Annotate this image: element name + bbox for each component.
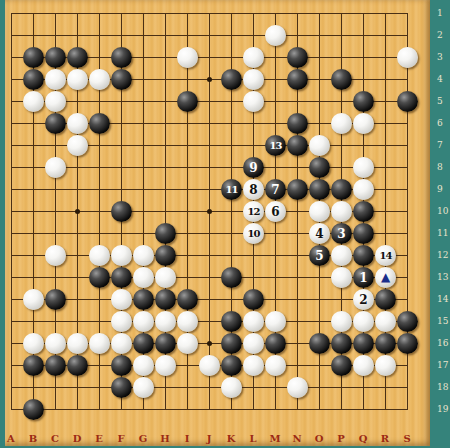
row-label-7: 7 (437, 140, 443, 150)
go-game-window: 139118712610435141▲2ABCDEFGHIJKLMNOPQRS … (0, 0, 450, 448)
move-number-label: 14 (380, 251, 392, 261)
move-number-label: 3 (337, 228, 345, 240)
stone-white-P13[interactable] (331, 267, 352, 288)
stone-white-M2[interactable] (265, 25, 286, 46)
stone-white-C4[interactable] (45, 69, 66, 90)
stone-white-L9[interactable]: 8 (243, 179, 264, 200)
stone-white-D4[interactable] (67, 69, 88, 90)
stone-black-E6[interactable] (89, 113, 110, 134)
stone-white-F15[interactable] (111, 311, 132, 332)
column-label-B: B (29, 433, 37, 444)
stone-black-F4[interactable] (111, 69, 132, 90)
stone-white-L5[interactable] (243, 91, 264, 112)
stone-white-P15[interactable] (331, 311, 352, 332)
stone-black-B3[interactable] (23, 47, 44, 68)
stone-white-Q8[interactable] (353, 157, 374, 178)
stone-black-C3[interactable] (45, 47, 66, 68)
stone-black-F13[interactable] (111, 267, 132, 288)
row-label-3: 3 (437, 52, 443, 62)
grid-line-horizontal (11, 13, 408, 14)
stone-white-J17[interactable] (199, 355, 220, 376)
stone-black-B19[interactable] (23, 399, 44, 420)
row-label-5: 5 (437, 96, 443, 106)
move-number-label: 8 (249, 184, 257, 196)
stone-white-G17[interactable] (133, 355, 154, 376)
row-label-1: 1 (437, 8, 443, 18)
stone-white-F14[interactable] (111, 289, 132, 310)
move-number-label: 10 (248, 229, 260, 239)
row-label-9: 9 (437, 184, 443, 194)
stone-black-G14[interactable] (133, 289, 154, 310)
row-label-14: 14 (437, 294, 448, 304)
column-label-I: I (185, 433, 190, 444)
stone-black-P11[interactable]: 3 (331, 223, 352, 244)
stone-black-H12[interactable] (155, 245, 176, 266)
stone-white-I16[interactable] (177, 333, 198, 354)
stone-white-L4[interactable] (243, 69, 264, 90)
stone-white-S3[interactable] (397, 47, 418, 68)
row-label-17: 17 (437, 360, 448, 370)
row-label-12: 12 (437, 250, 448, 260)
column-label-O: O (315, 433, 324, 444)
stone-black-Q10[interactable] (353, 201, 374, 222)
stone-black-K16[interactable] (221, 333, 242, 354)
star-point-J10 (207, 209, 212, 214)
stone-white-M15[interactable] (265, 311, 286, 332)
grid-line-horizontal (11, 299, 408, 300)
stone-black-L14[interactable] (243, 289, 264, 310)
stone-black-N4[interactable] (287, 69, 308, 90)
row-label-19: 19 (437, 404, 448, 414)
stone-white-D7[interactable] (67, 135, 88, 156)
stone-white-Q6[interactable] (353, 113, 374, 134)
stone-white-G15[interactable] (133, 311, 154, 332)
stone-black-O12[interactable]: 5 (309, 245, 330, 266)
stone-black-H14[interactable] (155, 289, 176, 310)
stone-white-L16[interactable] (243, 333, 264, 354)
stone-black-C6[interactable] (45, 113, 66, 134)
stone-black-Q11[interactable] (353, 223, 374, 244)
stone-white-F12[interactable] (111, 245, 132, 266)
column-label-M: M (269, 433, 280, 444)
stone-black-C14[interactable] (45, 289, 66, 310)
column-label-P: P (337, 433, 345, 444)
stone-white-O10[interactable] (309, 201, 330, 222)
stone-white-F16[interactable] (111, 333, 132, 354)
grid-line-horizontal (11, 167, 408, 168)
grid-line-horizontal (11, 387, 408, 388)
move-number-label: 5 (315, 250, 323, 262)
move-number-label: 9 (249, 162, 257, 174)
stone-black-D17[interactable] (67, 355, 88, 376)
star-point-J16 (207, 341, 212, 346)
row-label-16: 16 (437, 338, 448, 348)
column-label-F: F (117, 433, 124, 444)
stone-black-H11[interactable] (155, 223, 176, 244)
stone-black-D3[interactable] (67, 47, 88, 68)
star-point-J4 (207, 77, 212, 82)
row-label-8: 8 (437, 162, 443, 172)
stone-white-L17[interactable] (243, 355, 264, 376)
column-label-L: L (249, 433, 256, 444)
stone-black-K9[interactable]: 11 (221, 179, 242, 200)
column-label-C: C (51, 433, 59, 444)
stone-black-S5[interactable] (397, 91, 418, 112)
stone-white-R15[interactable] (375, 311, 396, 332)
stone-black-K4[interactable] (221, 69, 242, 90)
stone-black-G16[interactable] (133, 333, 154, 354)
row-label-2: 2 (437, 30, 443, 40)
stone-white-E12[interactable] (89, 245, 110, 266)
grid-line-horizontal (11, 409, 408, 410)
stone-black-F17[interactable] (111, 355, 132, 376)
stone-black-S16[interactable] (397, 333, 418, 354)
stone-black-Q13[interactable]: 1 (353, 267, 374, 288)
grid-line-horizontal (11, 101, 408, 102)
row-label-13: 13 (437, 272, 448, 282)
stone-white-E4[interactable] (89, 69, 110, 90)
stone-black-K17[interactable] (221, 355, 242, 376)
column-label-N: N (292, 433, 301, 444)
stone-black-K13[interactable] (221, 267, 242, 288)
column-label-J: J (207, 433, 212, 444)
column-label-H: H (160, 433, 169, 444)
stone-black-P17[interactable] (331, 355, 352, 376)
stone-black-M9[interactable]: 7 (265, 179, 286, 200)
stone-black-S15[interactable] (397, 311, 418, 332)
column-label-A: A (7, 433, 15, 444)
stone-white-K18[interactable] (221, 377, 242, 398)
stone-white-D16[interactable] (67, 333, 88, 354)
stone-black-H16[interactable] (155, 333, 176, 354)
stone-black-R16[interactable] (375, 333, 396, 354)
stone-black-B17[interactable] (23, 355, 44, 376)
stone-white-O11[interactable]: 4 (309, 223, 330, 244)
column-label-D: D (73, 433, 82, 444)
stone-black-O16[interactable] (309, 333, 330, 354)
go-board[interactable]: 139118712610435141▲2ABCDEFGHIJKLMNOPQRS (5, 0, 430, 446)
stone-white-C16[interactable] (45, 333, 66, 354)
row-label-10: 10 (437, 206, 448, 216)
row-label-6: 6 (437, 118, 443, 128)
stone-black-P9[interactable] (331, 179, 352, 200)
move-number-label: 7 (271, 184, 279, 196)
stone-white-P12[interactable] (331, 245, 352, 266)
stone-white-B14[interactable] (23, 289, 44, 310)
stone-white-I15[interactable] (177, 311, 198, 332)
stone-white-M17[interactable] (265, 355, 286, 376)
stone-white-N18[interactable] (287, 377, 308, 398)
move-number-label: 1 (359, 272, 367, 284)
stone-black-F18[interactable] (111, 377, 132, 398)
stone-white-H15[interactable] (155, 311, 176, 332)
stone-white-H13[interactable] (155, 267, 176, 288)
stone-black-O9[interactable] (309, 179, 330, 200)
star-point-D10 (75, 209, 80, 214)
stone-black-N7[interactable] (287, 135, 308, 156)
stone-black-R14[interactable] (375, 289, 396, 310)
move-number-label: 4 (315, 228, 323, 240)
stone-white-Q17[interactable] (353, 355, 374, 376)
stone-black-E13[interactable] (89, 267, 110, 288)
column-label-R: R (381, 433, 389, 444)
column-label-Q: Q (359, 433, 368, 444)
stone-white-L15[interactable] (243, 311, 264, 332)
stone-white-C8[interactable] (45, 157, 66, 178)
column-label-K: K (227, 433, 236, 444)
move-number-label: 13 (270, 141, 282, 151)
row-label-4: 4 (437, 74, 443, 84)
stone-black-F3[interactable] (111, 47, 132, 68)
stone-white-C5[interactable] (45, 91, 66, 112)
stone-black-Q5[interactable] (353, 91, 374, 112)
stone-black-F10[interactable] (111, 201, 132, 222)
stone-black-B4[interactable] (23, 69, 44, 90)
stone-black-O8[interactable] (309, 157, 330, 178)
stone-white-P10[interactable] (331, 201, 352, 222)
stone-white-Q14[interactable]: 2 (353, 289, 374, 310)
stone-white-G12[interactable] (133, 245, 154, 266)
stone-black-Q16[interactable] (353, 333, 374, 354)
stone-white-H17[interactable] (155, 355, 176, 376)
column-label-S: S (403, 433, 410, 444)
stone-white-R12[interactable]: 14 (375, 245, 396, 266)
stone-black-C17[interactable] (45, 355, 66, 376)
move-number-label: 12 (248, 207, 260, 217)
stone-white-B5[interactable] (23, 91, 44, 112)
stone-black-N3[interactable] (287, 47, 308, 68)
stone-white-B16[interactable] (23, 333, 44, 354)
stone-white-Q15[interactable] (353, 311, 374, 332)
stone-white-E16[interactable] (89, 333, 110, 354)
move-number-label: 6 (271, 206, 279, 218)
stone-black-M16[interactable] (265, 333, 286, 354)
stone-black-K15[interactable] (221, 311, 242, 332)
stone-white-M10[interactable]: 6 (265, 201, 286, 222)
stone-white-G13[interactable] (133, 267, 154, 288)
stone-black-Q12[interactable] (353, 245, 374, 266)
row-label-15: 15 (437, 316, 448, 326)
stone-black-M7[interactable]: 13 (265, 135, 286, 156)
stone-white-D6[interactable] (67, 113, 88, 134)
stone-black-N9[interactable] (287, 179, 308, 200)
stone-black-L8[interactable]: 9 (243, 157, 264, 178)
stone-white-Q9[interactable] (353, 179, 374, 200)
stone-white-C12[interactable] (45, 245, 66, 266)
stone-black-P4[interactable] (331, 69, 352, 90)
column-label-E: E (95, 433, 103, 444)
stone-white-L11[interactable]: 10 (243, 223, 264, 244)
column-label-G: G (139, 433, 148, 444)
move-number-label: 2 (359, 294, 367, 306)
stone-white-G18[interactable] (133, 377, 154, 398)
stone-black-I5[interactable] (177, 91, 198, 112)
stone-white-R13[interactable]: ▲ (375, 267, 396, 288)
stone-white-O7[interactable] (309, 135, 330, 156)
grid-line-horizontal (11, 35, 408, 36)
triangle-mark-icon: ▲ (381, 271, 390, 283)
row-label-18: 18 (437, 382, 448, 392)
stone-white-I3[interactable] (177, 47, 198, 68)
stone-black-P16[interactable] (331, 333, 352, 354)
move-number-label: 11 (226, 185, 238, 195)
stone-white-L10[interactable]: 12 (243, 201, 264, 222)
stone-black-N6[interactable] (287, 113, 308, 134)
stone-white-P6[interactable] (331, 113, 352, 134)
stone-white-R17[interactable] (375, 355, 396, 376)
stone-black-I14[interactable] (177, 289, 198, 310)
stone-white-L3[interactable] (243, 47, 264, 68)
row-label-11: 11 (437, 228, 448, 238)
